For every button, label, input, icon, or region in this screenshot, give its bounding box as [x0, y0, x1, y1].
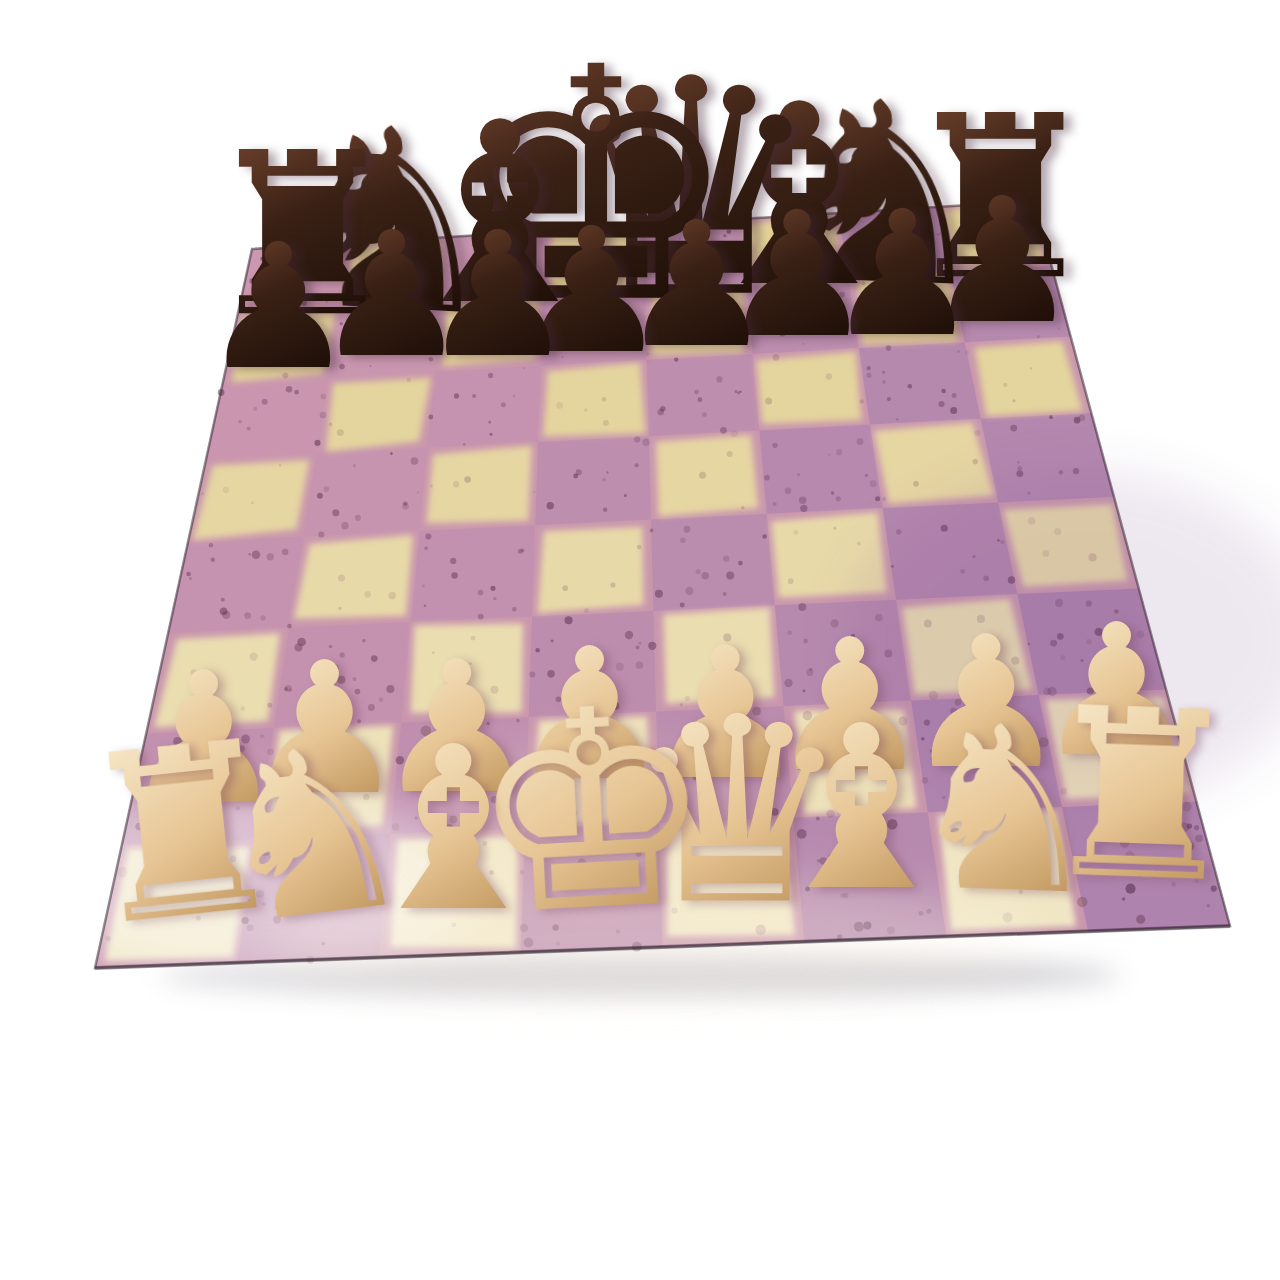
paint-speckle	[859, 399, 863, 403]
paint-speckle	[972, 459, 978, 465]
board-square-c4r5	[535, 436, 651, 525]
paint-speckle	[329, 423, 333, 427]
paint-speckle	[390, 452, 393, 455]
paint-speckle	[680, 537, 686, 543]
paint-speckle	[201, 493, 204, 496]
paint-speckle	[637, 545, 642, 550]
paint-speckle	[425, 533, 431, 539]
paint-speckle	[694, 390, 699, 395]
paint-speckle	[247, 426, 251, 430]
paint-speckle	[1012, 399, 1015, 402]
piece-dark-pawn[interactable]: ♟	[420, 209, 575, 382]
paint-speckle	[697, 397, 702, 402]
paint-speckle	[341, 522, 348, 529]
paint-speckle	[451, 572, 458, 579]
paint-speckle	[1049, 415, 1053, 419]
piece-dark-pawn[interactable]: ♟	[201, 221, 356, 394]
paint-speckle	[974, 430, 980, 436]
paint-speckle	[723, 592, 727, 596]
paint-speckle	[634, 463, 638, 467]
paint-speckle	[320, 412, 327, 419]
paint-speckle	[353, 464, 356, 467]
paint-speckle	[450, 558, 456, 564]
paint-speckle	[785, 487, 791, 493]
paint-speckle	[490, 586, 495, 591]
paint-speckle	[723, 556, 729, 562]
board-square-c3r4	[411, 525, 535, 622]
board-square-c4r4	[538, 527, 644, 613]
board-square-c6r5	[759, 425, 882, 514]
paint-speckle	[244, 612, 251, 619]
piece-light-knight[interactable]: ♞	[899, 693, 1110, 927]
paint-speckle	[857, 542, 861, 546]
paint-speckle	[411, 457, 419, 465]
paint-speckle	[490, 433, 493, 436]
paint-speckle	[836, 449, 842, 455]
paint-speckle	[251, 502, 254, 505]
paint-speckle	[501, 402, 506, 407]
paint-speckle	[337, 429, 344, 436]
paint-speckle	[702, 412, 707, 417]
paint-speckle	[267, 553, 274, 560]
paint-speckle	[189, 577, 192, 580]
paint-speckle	[831, 491, 835, 495]
paint-speckle	[453, 481, 459, 487]
paint-speckle	[882, 380, 886, 384]
paint-speckle	[429, 484, 432, 487]
paint-speckle	[428, 415, 433, 420]
paint-speckle	[739, 391, 741, 393]
paint-speckle	[720, 427, 727, 434]
paint-speckle	[610, 582, 615, 587]
paint-speckle	[417, 492, 419, 494]
paint-speckle	[533, 491, 535, 493]
paint-speckle	[1018, 466, 1023, 471]
paint-speckle	[738, 561, 743, 566]
paint-speckle	[603, 508, 607, 512]
paint-speckle	[896, 418, 898, 420]
board-square-c2r5	[304, 448, 428, 537]
paint-speckle	[355, 515, 361, 521]
paint-speckle	[603, 420, 609, 426]
paint-speckle	[547, 502, 554, 509]
paint-speckle	[657, 409, 664, 416]
paint-speckle	[602, 478, 606, 482]
paint-speckle	[463, 443, 466, 446]
paint-speckle	[773, 502, 777, 506]
paint-speckle	[799, 497, 807, 505]
paint-speckle	[279, 464, 281, 466]
paint-speckle	[317, 493, 323, 499]
paint-speckle	[865, 474, 868, 477]
paint-speckle	[950, 407, 957, 414]
paint-speckle	[788, 578, 794, 584]
paint-speckle	[464, 476, 471, 483]
paint-speckle	[941, 389, 946, 394]
paint-speckle	[186, 572, 191, 577]
paint-speckle	[699, 472, 706, 479]
paint-speckle	[833, 527, 836, 530]
paint-speckle	[388, 592, 396, 600]
paint-speckle	[731, 430, 738, 437]
paint-speckle	[332, 509, 339, 516]
paint-speckle	[478, 614, 484, 620]
paint-speckle	[576, 469, 582, 475]
paint-speckle	[952, 393, 957, 398]
paint-speckle	[562, 585, 568, 591]
paint-speckle	[209, 543, 214, 548]
paint-speckle	[238, 420, 242, 424]
paint-speckle	[252, 551, 261, 560]
paint-speckle	[338, 607, 342, 611]
paint-speckle	[764, 475, 770, 481]
paint-speckle	[882, 497, 886, 501]
paint-speckle	[221, 598, 225, 602]
paint-speckle	[584, 408, 587, 411]
paint-speckle	[875, 496, 880, 501]
paint-speckle	[650, 529, 654, 533]
paint-speckle	[1010, 425, 1017, 432]
paint-speckle	[338, 575, 345, 582]
board-square-c5r4	[651, 514, 775, 611]
paint-speckle	[424, 546, 428, 550]
paint-speckle	[762, 534, 767, 539]
paint-speckle	[685, 587, 693, 595]
paint-speckle	[223, 487, 229, 493]
paint-speckle	[828, 454, 830, 456]
paint-speckle	[634, 436, 640, 442]
paint-speckle	[938, 401, 944, 407]
board-square-c5r5	[656, 435, 759, 517]
board-square-c2r4	[294, 535, 413, 619]
paint-speckle	[726, 571, 734, 579]
paint-speckle	[556, 402, 563, 409]
paint-speckle	[684, 526, 691, 533]
paint-speckle	[1078, 415, 1085, 422]
paint-speckle	[655, 590, 663, 598]
paint-speckle	[1030, 367, 1032, 369]
paint-speckle	[602, 397, 607, 402]
paint-speckle	[323, 486, 329, 492]
paint-speckle	[908, 384, 913, 389]
paint-speckle	[727, 451, 733, 457]
piece-light-rook[interactable]: ♜	[67, 707, 299, 961]
paint-speckle	[800, 505, 807, 512]
paint-speckle	[493, 597, 496, 600]
paint-speckle	[701, 572, 708, 579]
paint-speckle	[318, 531, 324, 537]
paint-speckle	[260, 615, 265, 620]
paint-speckle	[211, 558, 215, 562]
paint-speckle	[913, 481, 919, 487]
paint-speckle	[403, 501, 407, 505]
paint-speckle	[836, 496, 841, 501]
paint-speckle	[424, 604, 427, 607]
paint-speckle	[696, 569, 701, 574]
paint-speckle	[1017, 461, 1019, 463]
paint-speckle	[314, 440, 320, 446]
paint-speckle	[741, 506, 744, 509]
paint-speckle	[624, 494, 627, 497]
paint-speckle	[478, 590, 484, 596]
paint-speckle	[793, 530, 798, 535]
paint-speckle	[765, 397, 772, 404]
paint-speckle	[642, 438, 649, 445]
paint-speckle	[606, 471, 608, 473]
paint-speckle	[521, 548, 525, 552]
paint-speckle	[422, 585, 425, 588]
paint-speckle	[1003, 383, 1007, 387]
paint-speckle	[282, 549, 288, 555]
paint-speckle	[248, 553, 250, 555]
paint-speckle	[364, 591, 371, 598]
paint-speckle	[488, 420, 491, 423]
paint-speckle	[772, 443, 777, 448]
paint-speckle	[220, 607, 228, 615]
photo-canvas: ♜♞♝♚♛♝♞♜♟♟♟♟♟♟♟♟♟♟♟♟♟♟♟♟♜♞♝♚♛♝♞♜	[0, 0, 1280, 1280]
paint-speckle	[797, 473, 800, 476]
paint-speckle	[870, 480, 877, 487]
paint-speckle	[887, 397, 891, 401]
board-square-c3r5	[427, 446, 532, 524]
paint-speckle	[857, 438, 864, 445]
